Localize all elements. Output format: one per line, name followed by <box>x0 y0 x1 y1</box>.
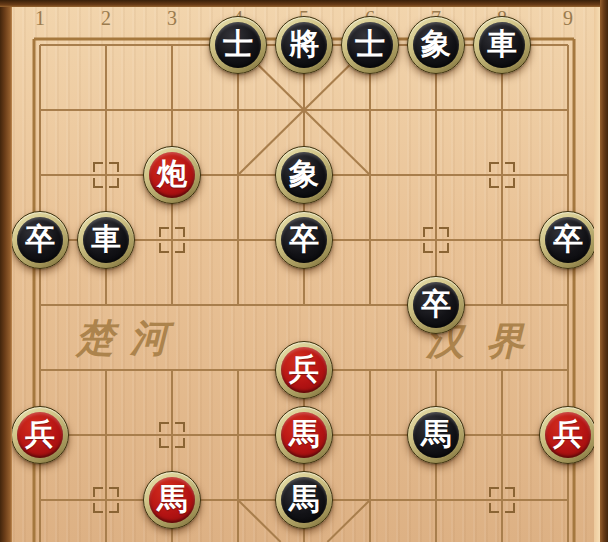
piece-face: 卒 <box>281 217 327 263</box>
piece-glyph: 士 <box>355 29 385 59</box>
position-marker <box>93 162 119 188</box>
piece-face: 兵 <box>17 412 63 458</box>
piece-face: 卒 <box>17 217 63 263</box>
piece-face: 車 <box>479 22 525 68</box>
piece-red-soldier[interactable]: 兵 <box>11 406 69 464</box>
piece-red-horse[interactable]: 馬 <box>143 471 201 529</box>
position-marker <box>489 162 515 188</box>
piece-black-chariot[interactable]: 車 <box>473 16 531 74</box>
piece-glyph: 象 <box>421 29 451 59</box>
frame-left <box>0 0 12 542</box>
piece-face: 士 <box>215 22 261 68</box>
piece-red-soldier[interactable]: 兵 <box>275 341 333 399</box>
piece-red-soldier[interactable]: 兵 <box>539 406 597 464</box>
piece-glyph: 卒 <box>289 224 319 254</box>
piece-black-advisor[interactable]: 士 <box>209 16 267 74</box>
piece-face: 象 <box>281 152 327 198</box>
piece-face: 馬 <box>281 477 327 523</box>
piece-glyph: 兵 <box>25 419 55 449</box>
piece-black-chariot[interactable]: 車 <box>77 211 135 269</box>
piece-black-horse[interactable]: 馬 <box>275 471 333 529</box>
piece-black-horse[interactable]: 馬 <box>407 406 465 464</box>
position-marker <box>159 227 185 253</box>
piece-glyph: 炮 <box>157 159 187 189</box>
piece-face: 馬 <box>413 412 459 458</box>
piece-black-general[interactable]: 將 <box>275 16 333 74</box>
piece-black-soldier[interactable]: 卒 <box>275 211 333 269</box>
piece-red-cannon[interactable]: 炮 <box>143 146 201 204</box>
piece-face: 象 <box>413 22 459 68</box>
piece-black-soldier[interactable]: 卒 <box>11 211 69 269</box>
piece-glyph: 象 <box>289 159 319 189</box>
piece-black-soldier[interactable]: 卒 <box>407 276 465 334</box>
piece-face: 卒 <box>413 282 459 328</box>
piece-face: 馬 <box>281 412 327 458</box>
piece-face: 車 <box>83 217 129 263</box>
river-label-chu-he: 楚河 <box>76 319 184 357</box>
piece-glyph: 兵 <box>553 419 583 449</box>
piece-black-elephant[interactable]: 象 <box>275 146 333 204</box>
position-marker <box>159 422 185 448</box>
piece-black-soldier[interactable]: 卒 <box>539 211 597 269</box>
piece-glyph: 卒 <box>25 224 55 254</box>
piece-glyph: 車 <box>487 29 517 59</box>
piece-glyph: 兵 <box>289 354 319 384</box>
xiangqi-board[interactable]: 123456789 楚河 汉界 士將士象車炮象卒車卒卒卒兵兵馬馬兵馬馬 <box>0 0 608 542</box>
piece-glyph: 馬 <box>289 419 319 449</box>
piece-red-horse[interactable]: 馬 <box>275 406 333 464</box>
piece-face: 兵 <box>545 412 591 458</box>
piece-face: 兵 <box>281 347 327 393</box>
position-marker <box>93 487 119 513</box>
column-label-1: 1 <box>26 7 54 30</box>
piece-glyph: 馬 <box>289 484 319 514</box>
frame-right <box>600 0 608 542</box>
position-marker <box>423 227 449 253</box>
piece-glyph: 馬 <box>157 484 187 514</box>
piece-black-advisor[interactable]: 士 <box>341 16 399 74</box>
piece-glyph: 卒 <box>421 289 451 319</box>
piece-glyph: 馬 <box>421 419 451 449</box>
piece-glyph: 卒 <box>553 224 583 254</box>
piece-face: 炮 <box>149 152 195 198</box>
piece-glyph: 士 <box>223 29 253 59</box>
piece-glyph: 將 <box>289 29 319 59</box>
frame-top <box>0 0 608 7</box>
piece-face: 士 <box>347 22 393 68</box>
column-label-3: 3 <box>158 7 186 30</box>
piece-face: 馬 <box>149 477 195 523</box>
piece-face: 將 <box>281 22 327 68</box>
piece-face: 卒 <box>545 217 591 263</box>
column-label-9: 9 <box>554 7 582 30</box>
column-label-2: 2 <box>92 7 120 30</box>
xiangqi-app: 123456789 楚河 汉界 士將士象車炮象卒車卒卒卒兵兵馬馬兵馬馬 <box>0 0 608 542</box>
piece-glyph: 車 <box>91 224 121 254</box>
piece-black-elephant[interactable]: 象 <box>407 16 465 74</box>
position-marker <box>489 487 515 513</box>
